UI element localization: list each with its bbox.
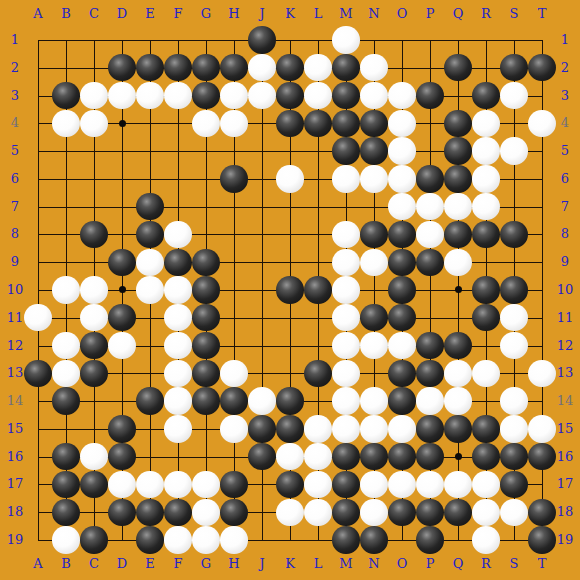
intersection-K19[interactable] — [276, 526, 304, 554]
intersection-J18[interactable] — [248, 498, 276, 526]
intersection-D1[interactable] — [108, 26, 136, 54]
intersection-T17[interactable] — [528, 471, 556, 499]
intersection-L9[interactable] — [304, 248, 332, 276]
intersection-B17[interactable] — [52, 471, 80, 499]
intersection-L19[interactable] — [304, 526, 332, 554]
intersection-D3[interactable] — [108, 82, 136, 110]
intersection-Q2[interactable] — [444, 54, 472, 82]
intersection-M10[interactable] — [332, 276, 360, 304]
intersection-C1[interactable] — [80, 26, 108, 54]
intersection-T5[interactable] — [528, 137, 556, 165]
intersection-S4[interactable] — [500, 109, 528, 137]
intersection-G14[interactable] — [192, 387, 220, 415]
intersection-M15[interactable] — [332, 415, 360, 443]
intersection-E4[interactable] — [136, 109, 164, 137]
intersection-Q14[interactable] — [444, 387, 472, 415]
intersection-G4[interactable] — [192, 109, 220, 137]
intersection-H7[interactable] — [220, 193, 248, 221]
intersection-R17[interactable] — [472, 471, 500, 499]
intersection-P16[interactable] — [416, 443, 444, 471]
intersection-J4[interactable] — [248, 109, 276, 137]
intersection-S2[interactable] — [500, 54, 528, 82]
intersection-M3[interactable] — [332, 82, 360, 110]
intersection-M8[interactable] — [332, 221, 360, 249]
intersection-C15[interactable] — [80, 415, 108, 443]
intersection-O17[interactable] — [388, 471, 416, 499]
intersection-N16[interactable] — [360, 443, 388, 471]
intersection-O3[interactable] — [388, 82, 416, 110]
intersection-M5[interactable] — [332, 137, 360, 165]
intersection-D9[interactable] — [108, 248, 136, 276]
intersection-D8[interactable] — [108, 221, 136, 249]
intersection-P12[interactable] — [416, 332, 444, 360]
intersection-J14[interactable] — [248, 387, 276, 415]
intersection-C2[interactable] — [80, 54, 108, 82]
intersection-S15[interactable] — [500, 415, 528, 443]
intersection-D16[interactable] — [108, 443, 136, 471]
intersection-C17[interactable] — [80, 471, 108, 499]
intersection-N4[interactable] — [360, 109, 388, 137]
intersection-B7[interactable] — [52, 193, 80, 221]
intersection-F16[interactable] — [164, 443, 192, 471]
intersection-A14[interactable] — [24, 387, 52, 415]
intersection-F17[interactable] — [164, 471, 192, 499]
intersection-B18[interactable] — [52, 498, 80, 526]
intersection-K4[interactable] — [276, 109, 304, 137]
intersection-S12[interactable] — [500, 332, 528, 360]
intersection-D15[interactable] — [108, 415, 136, 443]
intersection-K16[interactable] — [276, 443, 304, 471]
intersection-T8[interactable] — [528, 221, 556, 249]
intersection-B3[interactable] — [52, 82, 80, 110]
intersection-K11[interactable] — [276, 304, 304, 332]
intersection-D4[interactable] — [108, 109, 136, 137]
intersection-C9[interactable] — [80, 248, 108, 276]
intersection-T9[interactable] — [528, 248, 556, 276]
intersection-Q9[interactable] — [444, 248, 472, 276]
intersection-H9[interactable] — [220, 248, 248, 276]
intersection-R16[interactable] — [472, 443, 500, 471]
intersection-M6[interactable] — [332, 165, 360, 193]
intersection-F18[interactable] — [164, 498, 192, 526]
intersection-T18[interactable] — [528, 498, 556, 526]
intersection-Q13[interactable] — [444, 359, 472, 387]
intersection-A12[interactable] — [24, 332, 52, 360]
intersection-J9[interactable] — [248, 248, 276, 276]
intersection-E18[interactable] — [136, 498, 164, 526]
intersection-K2[interactable] — [276, 54, 304, 82]
intersection-K9[interactable] — [276, 248, 304, 276]
intersection-L13[interactable] — [304, 359, 332, 387]
intersection-D17[interactable] — [108, 471, 136, 499]
intersection-S10[interactable] — [500, 276, 528, 304]
intersection-J5[interactable] — [248, 137, 276, 165]
intersection-A4[interactable] — [24, 109, 52, 137]
intersection-S17[interactable] — [500, 471, 528, 499]
intersection-D7[interactable] — [108, 193, 136, 221]
intersection-E9[interactable] — [136, 248, 164, 276]
intersection-T19[interactable] — [528, 526, 556, 554]
intersection-C3[interactable] — [80, 82, 108, 110]
intersection-B16[interactable] — [52, 443, 80, 471]
intersection-C7[interactable] — [80, 193, 108, 221]
intersection-O5[interactable] — [388, 137, 416, 165]
intersection-R1[interactable] — [472, 26, 500, 54]
intersection-A5[interactable] — [24, 137, 52, 165]
intersection-S1[interactable] — [500, 26, 528, 54]
intersection-K3[interactable] — [276, 82, 304, 110]
intersection-D12[interactable] — [108, 332, 136, 360]
intersection-H14[interactable] — [220, 387, 248, 415]
intersection-G11[interactable] — [192, 304, 220, 332]
intersection-J2[interactable] — [248, 54, 276, 82]
intersection-P3[interactable] — [416, 82, 444, 110]
intersection-N15[interactable] — [360, 415, 388, 443]
intersection-P8[interactable] — [416, 221, 444, 249]
intersection-S11[interactable] — [500, 304, 528, 332]
intersection-N19[interactable] — [360, 526, 388, 554]
intersection-H15[interactable] — [220, 415, 248, 443]
intersection-C14[interactable] — [80, 387, 108, 415]
intersection-O1[interactable] — [388, 26, 416, 54]
intersection-T1[interactable] — [528, 26, 556, 54]
intersection-E6[interactable] — [136, 165, 164, 193]
intersection-C16[interactable] — [80, 443, 108, 471]
intersection-T11[interactable] — [528, 304, 556, 332]
intersection-A11[interactable] — [24, 304, 52, 332]
intersection-S8[interactable] — [500, 221, 528, 249]
intersection-L8[interactable] — [304, 221, 332, 249]
intersection-A8[interactable] — [24, 221, 52, 249]
intersection-P13[interactable] — [416, 359, 444, 387]
intersection-F7[interactable] — [164, 193, 192, 221]
intersection-L3[interactable] — [304, 82, 332, 110]
intersection-P2[interactable] — [416, 54, 444, 82]
intersection-M2[interactable] — [332, 54, 360, 82]
intersection-E12[interactable] — [136, 332, 164, 360]
intersection-H4[interactable] — [220, 109, 248, 137]
intersection-O15[interactable] — [388, 415, 416, 443]
intersection-M13[interactable] — [332, 359, 360, 387]
intersection-T15[interactable] — [528, 415, 556, 443]
intersection-N18[interactable] — [360, 498, 388, 526]
intersection-N6[interactable] — [360, 165, 388, 193]
intersection-S16[interactable] — [500, 443, 528, 471]
intersection-K5[interactable] — [276, 137, 304, 165]
intersection-M18[interactable] — [332, 498, 360, 526]
intersection-D2[interactable] — [108, 54, 136, 82]
intersection-G10[interactable] — [192, 276, 220, 304]
intersection-C18[interactable] — [80, 498, 108, 526]
intersection-M16[interactable] — [332, 443, 360, 471]
intersection-G15[interactable] — [192, 415, 220, 443]
intersection-B4[interactable] — [52, 109, 80, 137]
intersection-G18[interactable] — [192, 498, 220, 526]
intersection-H11[interactable] — [220, 304, 248, 332]
intersection-P1[interactable] — [416, 26, 444, 54]
intersection-O6[interactable] — [388, 165, 416, 193]
intersection-H5[interactable] — [220, 137, 248, 165]
intersection-O19[interactable] — [388, 526, 416, 554]
intersection-N12[interactable] — [360, 332, 388, 360]
intersection-B12[interactable] — [52, 332, 80, 360]
intersection-P14[interactable] — [416, 387, 444, 415]
intersection-N17[interactable] — [360, 471, 388, 499]
intersection-L11[interactable] — [304, 304, 332, 332]
intersection-J11[interactable] — [248, 304, 276, 332]
intersection-E13[interactable] — [136, 359, 164, 387]
intersection-O14[interactable] — [388, 387, 416, 415]
intersection-N10[interactable] — [360, 276, 388, 304]
intersection-H12[interactable] — [220, 332, 248, 360]
intersection-C6[interactable] — [80, 165, 108, 193]
intersection-J17[interactable] — [248, 471, 276, 499]
intersection-M7[interactable] — [332, 193, 360, 221]
intersection-J10[interactable] — [248, 276, 276, 304]
intersection-R4[interactable] — [472, 109, 500, 137]
intersection-L5[interactable] — [304, 137, 332, 165]
intersection-R9[interactable] — [472, 248, 500, 276]
intersection-R6[interactable] — [472, 165, 500, 193]
intersection-O16[interactable] — [388, 443, 416, 471]
intersection-N5[interactable] — [360, 137, 388, 165]
intersection-C8[interactable] — [80, 221, 108, 249]
intersection-G6[interactable] — [192, 165, 220, 193]
intersection-F15[interactable] — [164, 415, 192, 443]
intersection-T16[interactable] — [528, 443, 556, 471]
intersection-A9[interactable] — [24, 248, 52, 276]
intersection-E15[interactable] — [136, 415, 164, 443]
intersection-F2[interactable] — [164, 54, 192, 82]
intersection-N9[interactable] — [360, 248, 388, 276]
intersection-O2[interactable] — [388, 54, 416, 82]
intersection-M12[interactable] — [332, 332, 360, 360]
intersection-B9[interactable] — [52, 248, 80, 276]
intersection-L18[interactable] — [304, 498, 332, 526]
intersection-D13[interactable] — [108, 359, 136, 387]
intersection-P19[interactable] — [416, 526, 444, 554]
intersection-L17[interactable] — [304, 471, 332, 499]
intersection-N13[interactable] — [360, 359, 388, 387]
intersection-R11[interactable] — [472, 304, 500, 332]
intersection-A16[interactable] — [24, 443, 52, 471]
intersection-O13[interactable] — [388, 359, 416, 387]
intersection-K10[interactable] — [276, 276, 304, 304]
intersection-T4[interactable] — [528, 109, 556, 137]
intersection-B13[interactable] — [52, 359, 80, 387]
intersection-L12[interactable] — [304, 332, 332, 360]
intersection-R13[interactable] — [472, 359, 500, 387]
intersection-Q4[interactable] — [444, 109, 472, 137]
intersection-F8[interactable] — [164, 221, 192, 249]
intersection-F9[interactable] — [164, 248, 192, 276]
intersection-G13[interactable] — [192, 359, 220, 387]
intersection-L15[interactable] — [304, 415, 332, 443]
intersection-A13[interactable] — [24, 359, 52, 387]
intersection-C5[interactable] — [80, 137, 108, 165]
intersection-K7[interactable] — [276, 193, 304, 221]
intersection-H19[interactable] — [220, 526, 248, 554]
intersection-R2[interactable] — [472, 54, 500, 82]
intersection-B5[interactable] — [52, 137, 80, 165]
intersection-P9[interactable] — [416, 248, 444, 276]
intersection-P15[interactable] — [416, 415, 444, 443]
intersection-R10[interactable] — [472, 276, 500, 304]
intersection-T14[interactable] — [528, 387, 556, 415]
intersection-G5[interactable] — [192, 137, 220, 165]
intersection-D11[interactable] — [108, 304, 136, 332]
intersection-Q6[interactable] — [444, 165, 472, 193]
intersection-L16[interactable] — [304, 443, 332, 471]
intersection-B15[interactable] — [52, 415, 80, 443]
intersection-K13[interactable] — [276, 359, 304, 387]
intersection-B14[interactable] — [52, 387, 80, 415]
intersection-O7[interactable] — [388, 193, 416, 221]
intersection-B19[interactable] — [52, 526, 80, 554]
intersection-A6[interactable] — [24, 165, 52, 193]
intersection-B1[interactable] — [52, 26, 80, 54]
intersection-D19[interactable] — [108, 526, 136, 554]
intersection-G9[interactable] — [192, 248, 220, 276]
intersection-A1[interactable] — [24, 26, 52, 54]
intersection-F10[interactable] — [164, 276, 192, 304]
intersection-F12[interactable] — [164, 332, 192, 360]
intersection-H16[interactable] — [220, 443, 248, 471]
intersection-Q1[interactable] — [444, 26, 472, 54]
intersection-Q18[interactable] — [444, 498, 472, 526]
intersection-G19[interactable] — [192, 526, 220, 554]
intersection-E11[interactable] — [136, 304, 164, 332]
intersection-L7[interactable] — [304, 193, 332, 221]
intersection-Q12[interactable] — [444, 332, 472, 360]
intersection-O10[interactable] — [388, 276, 416, 304]
intersection-C11[interactable] — [80, 304, 108, 332]
intersection-F19[interactable] — [164, 526, 192, 554]
intersection-T3[interactable] — [528, 82, 556, 110]
intersection-N7[interactable] — [360, 193, 388, 221]
intersection-M1[interactable] — [332, 26, 360, 54]
intersection-J1[interactable] — [248, 26, 276, 54]
intersection-G17[interactable] — [192, 471, 220, 499]
intersection-M11[interactable] — [332, 304, 360, 332]
intersection-H8[interactable] — [220, 221, 248, 249]
intersection-N1[interactable] — [360, 26, 388, 54]
intersection-T7[interactable] — [528, 193, 556, 221]
intersection-R18[interactable] — [472, 498, 500, 526]
intersection-S7[interactable] — [500, 193, 528, 221]
intersection-M17[interactable] — [332, 471, 360, 499]
intersection-G2[interactable] — [192, 54, 220, 82]
intersection-E19[interactable] — [136, 526, 164, 554]
intersection-D6[interactable] — [108, 165, 136, 193]
intersection-H1[interactable] — [220, 26, 248, 54]
intersection-G7[interactable] — [192, 193, 220, 221]
intersection-K15[interactable] — [276, 415, 304, 443]
intersection-F3[interactable] — [164, 82, 192, 110]
intersection-M9[interactable] — [332, 248, 360, 276]
intersection-A2[interactable] — [24, 54, 52, 82]
intersection-L10[interactable] — [304, 276, 332, 304]
intersection-E7[interactable] — [136, 193, 164, 221]
intersection-R15[interactable] — [472, 415, 500, 443]
intersection-K18[interactable] — [276, 498, 304, 526]
intersection-O8[interactable] — [388, 221, 416, 249]
intersection-Q15[interactable] — [444, 415, 472, 443]
intersection-K1[interactable] — [276, 26, 304, 54]
intersection-G16[interactable] — [192, 443, 220, 471]
intersection-Q3[interactable] — [444, 82, 472, 110]
intersection-F13[interactable] — [164, 359, 192, 387]
intersection-T13[interactable] — [528, 359, 556, 387]
intersection-M14[interactable] — [332, 387, 360, 415]
intersection-A3[interactable] — [24, 82, 52, 110]
intersection-Q19[interactable] — [444, 526, 472, 554]
intersection-P10[interactable] — [416, 276, 444, 304]
intersection-P11[interactable] — [416, 304, 444, 332]
intersection-Q7[interactable] — [444, 193, 472, 221]
intersection-O4[interactable] — [388, 109, 416, 137]
intersection-L14[interactable] — [304, 387, 332, 415]
intersection-J8[interactable] — [248, 221, 276, 249]
intersection-R3[interactable] — [472, 82, 500, 110]
intersection-J3[interactable] — [248, 82, 276, 110]
intersection-S9[interactable] — [500, 248, 528, 276]
intersection-A10[interactable] — [24, 276, 52, 304]
intersection-P18[interactable] — [416, 498, 444, 526]
intersection-Q5[interactable] — [444, 137, 472, 165]
intersection-S19[interactable] — [500, 526, 528, 554]
intersection-O11[interactable] — [388, 304, 416, 332]
intersection-L4[interactable] — [304, 109, 332, 137]
intersection-O9[interactable] — [388, 248, 416, 276]
intersection-E5[interactable] — [136, 137, 164, 165]
intersection-A18[interactable] — [24, 498, 52, 526]
intersection-G3[interactable] — [192, 82, 220, 110]
intersection-K12[interactable] — [276, 332, 304, 360]
intersection-F1[interactable] — [164, 26, 192, 54]
intersection-C4[interactable] — [80, 109, 108, 137]
intersection-T10[interactable] — [528, 276, 556, 304]
intersection-C19[interactable] — [80, 526, 108, 554]
intersection-S5[interactable] — [500, 137, 528, 165]
intersection-P17[interactable] — [416, 471, 444, 499]
intersection-L2[interactable] — [304, 54, 332, 82]
intersection-J7[interactable] — [248, 193, 276, 221]
intersection-E14[interactable] — [136, 387, 164, 415]
intersection-P6[interactable] — [416, 165, 444, 193]
intersection-D10[interactable] — [108, 276, 136, 304]
intersection-F11[interactable] — [164, 304, 192, 332]
intersection-K8[interactable] — [276, 221, 304, 249]
intersection-A7[interactable] — [24, 193, 52, 221]
intersection-J19[interactable] — [248, 526, 276, 554]
intersection-K17[interactable] — [276, 471, 304, 499]
intersection-N2[interactable] — [360, 54, 388, 82]
intersection-S13[interactable] — [500, 359, 528, 387]
intersection-H13[interactable] — [220, 359, 248, 387]
intersection-D14[interactable] — [108, 387, 136, 415]
intersection-L6[interactable] — [304, 165, 332, 193]
intersection-T12[interactable] — [528, 332, 556, 360]
intersection-O12[interactable] — [388, 332, 416, 360]
intersection-J12[interactable] — [248, 332, 276, 360]
intersection-Q10[interactable] — [444, 276, 472, 304]
intersection-B11[interactable] — [52, 304, 80, 332]
intersection-F6[interactable] — [164, 165, 192, 193]
intersection-C10[interactable] — [80, 276, 108, 304]
intersection-A17[interactable] — [24, 471, 52, 499]
intersection-H3[interactable] — [220, 82, 248, 110]
